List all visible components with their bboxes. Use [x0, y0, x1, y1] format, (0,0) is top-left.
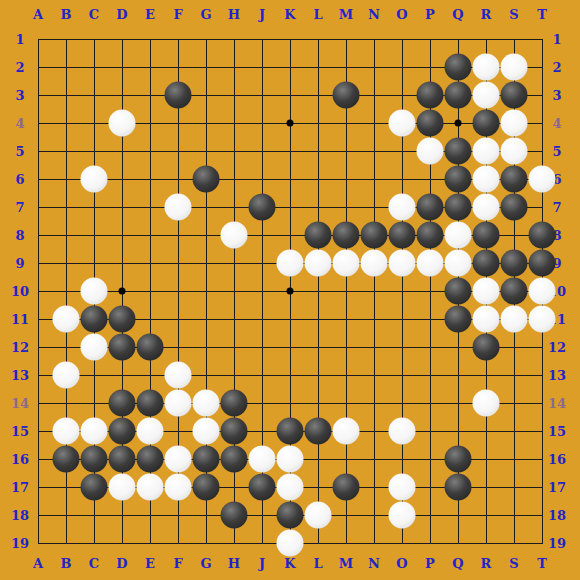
white-stone-r14[interactable]	[473, 390, 500, 417]
row-label-right-15: 15	[548, 425, 566, 438]
black-stone-d14[interactable]	[109, 390, 136, 417]
grid-line-vertical	[346, 39, 347, 544]
col-label-bottom-b: B	[61, 557, 72, 570]
white-stone-s2[interactable]	[501, 54, 528, 81]
black-stone-s3[interactable]	[501, 82, 528, 109]
black-stone-p4[interactable]	[417, 110, 444, 137]
black-stone-p7[interactable]	[417, 194, 444, 221]
grid-line-vertical	[318, 39, 319, 544]
white-stone-o9[interactable]	[389, 250, 416, 277]
row-label-left-9: 9	[15, 257, 24, 270]
col-label-top-p: P	[425, 8, 435, 21]
white-stone-l18[interactable]	[305, 502, 332, 529]
col-label-bottom-m: M	[339, 557, 353, 570]
white-stone-g14[interactable]	[193, 390, 220, 417]
white-stone-m15[interactable]	[333, 418, 360, 445]
row-label-left-19: 19	[11, 537, 29, 550]
col-label-bottom-p: P	[425, 557, 435, 570]
white-stone-l9[interactable]	[305, 250, 332, 277]
black-stone-d11[interactable]	[109, 306, 136, 333]
col-label-bottom-k: K	[284, 557, 295, 570]
black-stone-s6[interactable]	[501, 166, 528, 193]
white-stone-p9[interactable]	[417, 250, 444, 277]
white-stone-k19[interactable]	[277, 530, 304, 557]
white-stone-t10[interactable]	[529, 278, 556, 305]
col-label-top-m: M	[339, 8, 353, 21]
col-label-bottom-a: A	[33, 557, 43, 570]
black-stone-d15[interactable]	[109, 418, 136, 445]
black-stone-l15[interactable]	[305, 418, 332, 445]
white-stone-b13[interactable]	[53, 362, 80, 389]
white-stone-d4[interactable]	[109, 110, 136, 137]
col-label-top-n: N	[368, 8, 380, 21]
black-stone-e16[interactable]	[137, 446, 164, 473]
row-label-right-1: 1	[552, 33, 561, 46]
col-label-top-s: S	[509, 8, 518, 21]
black-stone-o8[interactable]	[389, 222, 416, 249]
black-stone-q7[interactable]	[445, 194, 472, 221]
row-label-left-1: 1	[15, 33, 24, 46]
star-point-k10	[287, 288, 294, 295]
row-label-left-13: 13	[11, 369, 29, 382]
white-stone-o17[interactable]	[389, 474, 416, 501]
row-label-right-4: 4	[552, 117, 561, 130]
col-label-bottom-s: S	[509, 557, 518, 570]
row-label-left-3: 3	[15, 89, 24, 102]
black-stone-j17[interactable]	[249, 474, 276, 501]
row-label-left-17: 17	[11, 481, 29, 494]
black-stone-c17[interactable]	[81, 474, 108, 501]
col-label-bottom-h: H	[228, 557, 240, 570]
black-stone-d12[interactable]	[109, 334, 136, 361]
black-stone-r8[interactable]	[473, 222, 500, 249]
black-stone-l8[interactable]	[305, 222, 332, 249]
white-stone-o7[interactable]	[389, 194, 416, 221]
white-stone-f13[interactable]	[165, 362, 192, 389]
row-label-right-13: 13	[548, 369, 566, 382]
row-label-left-18: 18	[11, 509, 29, 522]
white-stone-o18[interactable]	[389, 502, 416, 529]
black-stone-d16[interactable]	[109, 446, 136, 473]
white-stone-c10[interactable]	[81, 278, 108, 305]
black-stone-b16[interactable]	[53, 446, 80, 473]
black-stone-m17[interactable]	[333, 474, 360, 501]
row-label-right-3: 3	[552, 89, 561, 102]
col-label-top-q: Q	[452, 8, 463, 21]
col-label-top-d: D	[116, 8, 127, 21]
white-stone-s4[interactable]	[501, 110, 528, 137]
black-stone-h16[interactable]	[221, 446, 248, 473]
black-stone-e12[interactable]	[137, 334, 164, 361]
go-board[interactable]: AABBCCDDEEFFGGHHJJKKLLMMNNOOPPQQRRSSTT11…	[0, 0, 580, 580]
black-stone-p8[interactable]	[417, 222, 444, 249]
white-stone-r7[interactable]	[473, 194, 500, 221]
white-stone-r3[interactable]	[473, 82, 500, 109]
white-stone-m9[interactable]	[333, 250, 360, 277]
col-label-top-k: K	[284, 8, 295, 21]
col-label-bottom-f: F	[173, 557, 182, 570]
black-stone-f3[interactable]	[165, 82, 192, 109]
black-stone-r4[interactable]	[473, 110, 500, 137]
row-label-left-2: 2	[15, 61, 24, 74]
black-stone-m8[interactable]	[333, 222, 360, 249]
white-stone-k17[interactable]	[277, 474, 304, 501]
black-stone-g17[interactable]	[193, 474, 220, 501]
white-stone-f16[interactable]	[165, 446, 192, 473]
row-label-right-17: 17	[548, 481, 566, 494]
black-stone-t8[interactable]	[529, 222, 556, 249]
black-stone-h18[interactable]	[221, 502, 248, 529]
black-stone-s7[interactable]	[501, 194, 528, 221]
white-stone-q9[interactable]	[445, 250, 472, 277]
white-stone-s11[interactable]	[501, 306, 528, 333]
row-label-left-15: 15	[11, 425, 29, 438]
black-stone-q10[interactable]	[445, 278, 472, 305]
col-label-bottom-d: D	[116, 557, 127, 570]
star-point-q4	[455, 120, 462, 127]
row-label-right-5: 5	[552, 145, 561, 158]
white-stone-p5[interactable]	[417, 138, 444, 165]
white-stone-c6[interactable]	[81, 166, 108, 193]
col-label-top-o: O	[396, 8, 407, 21]
white-stone-s5[interactable]	[501, 138, 528, 165]
black-stone-h15[interactable]	[221, 418, 248, 445]
row-label-left-4: 4	[15, 117, 24, 130]
col-label-top-g: G	[200, 8, 211, 21]
col-label-top-e: E	[145, 8, 155, 21]
black-stone-k18[interactable]	[277, 502, 304, 529]
white-stone-t6[interactable]	[529, 166, 556, 193]
white-stone-o4[interactable]	[389, 110, 416, 137]
white-stone-b15[interactable]	[53, 418, 80, 445]
black-stone-q2[interactable]	[445, 54, 472, 81]
row-label-right-7: 7	[552, 201, 561, 214]
row-label-left-16: 16	[11, 453, 29, 466]
black-stone-t9[interactable]	[529, 250, 556, 277]
row-label-right-2: 2	[552, 61, 561, 74]
white-stone-r2[interactable]	[473, 54, 500, 81]
black-stone-r12[interactable]	[473, 334, 500, 361]
black-stone-c16[interactable]	[81, 446, 108, 473]
black-stone-k15[interactable]	[277, 418, 304, 445]
col-label-bottom-c: C	[89, 557, 99, 570]
white-stone-f14[interactable]	[165, 390, 192, 417]
row-label-right-14: 14	[548, 397, 566, 410]
white-stone-r11[interactable]	[473, 306, 500, 333]
row-label-left-10: 10	[11, 285, 29, 298]
white-stone-d17[interactable]	[109, 474, 136, 501]
white-stone-j16[interactable]	[249, 446, 276, 473]
row-label-right-16: 16	[548, 453, 566, 466]
col-label-top-l: L	[313, 8, 322, 21]
col-label-bottom-n: N	[368, 557, 380, 570]
white-stone-k16[interactable]	[277, 446, 304, 473]
col-label-bottom-q: Q	[452, 557, 463, 570]
black-stone-q6[interactable]	[445, 166, 472, 193]
row-label-left-6: 6	[15, 173, 24, 186]
white-stone-c15[interactable]	[81, 418, 108, 445]
white-stone-f7[interactable]	[165, 194, 192, 221]
white-stone-t11[interactable]	[529, 306, 556, 333]
white-stone-e17[interactable]	[137, 474, 164, 501]
black-stone-q11[interactable]	[445, 306, 472, 333]
col-label-bottom-g: G	[200, 557, 211, 570]
star-point-d10	[119, 288, 126, 295]
black-stone-g6[interactable]	[193, 166, 220, 193]
row-label-left-7: 7	[15, 201, 24, 214]
star-point-k4	[287, 120, 294, 127]
black-stone-p3[interactable]	[417, 82, 444, 109]
white-stone-f17[interactable]	[165, 474, 192, 501]
black-stone-q17[interactable]	[445, 474, 472, 501]
black-stone-j7[interactable]	[249, 194, 276, 221]
row-label-left-8: 8	[15, 229, 24, 242]
white-stone-g15[interactable]	[193, 418, 220, 445]
white-stone-o15[interactable]	[389, 418, 416, 445]
grid-line-vertical	[374, 39, 375, 544]
row-label-right-19: 19	[548, 537, 566, 550]
grid-line-horizontal	[38, 375, 543, 376]
col-label-top-r: R	[481, 8, 492, 21]
white-stone-e15[interactable]	[137, 418, 164, 445]
black-stone-e14[interactable]	[137, 390, 164, 417]
black-stone-g16[interactable]	[193, 446, 220, 473]
row-label-left-12: 12	[11, 341, 29, 354]
black-stone-m3[interactable]	[333, 82, 360, 109]
white-stone-h8[interactable]	[221, 222, 248, 249]
col-label-top-j: J	[259, 8, 265, 21]
col-label-bottom-l: L	[313, 557, 322, 570]
row-label-left-14: 14	[11, 397, 29, 410]
col-label-top-h: H	[228, 8, 240, 21]
white-stone-n9[interactable]	[361, 250, 388, 277]
white-stone-k9[interactable]	[277, 250, 304, 277]
col-label-bottom-j: J	[259, 557, 265, 570]
black-stone-q3[interactable]	[445, 82, 472, 109]
col-label-top-f: F	[173, 8, 182, 21]
col-label-bottom-o: O	[396, 557, 407, 570]
row-label-left-5: 5	[15, 145, 24, 158]
black-stone-h14[interactable]	[221, 390, 248, 417]
black-stone-s9[interactable]	[501, 250, 528, 277]
black-stone-q16[interactable]	[445, 446, 472, 473]
black-stone-r9[interactable]	[473, 250, 500, 277]
row-label-right-18: 18	[548, 509, 566, 522]
white-stone-r5[interactable]	[473, 138, 500, 165]
row-label-left-11: 11	[11, 313, 29, 326]
black-stone-q5[interactable]	[445, 138, 472, 165]
col-label-top-b: B	[61, 8, 72, 21]
col-label-bottom-t: T	[537, 557, 547, 570]
white-stone-r10[interactable]	[473, 278, 500, 305]
col-label-bottom-r: R	[481, 557, 492, 570]
black-stone-s10[interactable]	[501, 278, 528, 305]
white-stone-r6[interactable]	[473, 166, 500, 193]
white-stone-q8[interactable]	[445, 222, 472, 249]
col-label-top-a: A	[33, 8, 43, 21]
col-label-top-c: C	[89, 8, 99, 21]
black-stone-n8[interactable]	[361, 222, 388, 249]
black-stone-c11[interactable]	[81, 306, 108, 333]
row-label-right-12: 12	[548, 341, 566, 354]
white-stone-b11[interactable]	[53, 306, 80, 333]
white-stone-c12[interactable]	[81, 334, 108, 361]
col-label-bottom-e: E	[145, 557, 155, 570]
col-label-top-t: T	[537, 8, 547, 21]
